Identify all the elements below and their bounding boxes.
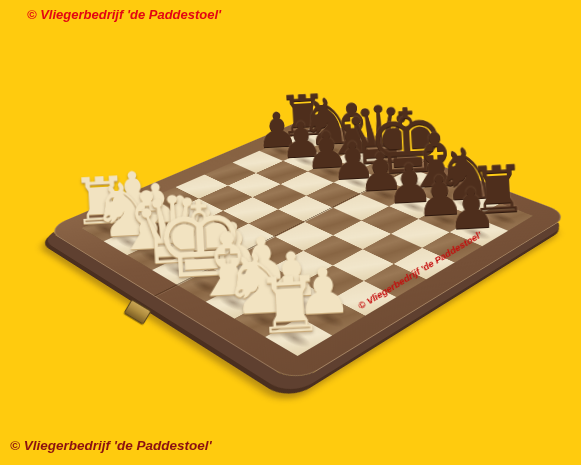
watermark-bottom-left: © Vliegerbedrijf 'de Paddestoel' [10, 438, 212, 453]
product-photo: ♜♞♝♛♚♝♞♜♟♟♟♟♟♟♟♟♟♟♟♟♟♟♟♟♜♞♝♛♚♝♞♜ © Vlieg… [0, 0, 581, 465]
piece-black-pawn: ♟ [424, 179, 520, 240]
piece-white-rook: ♜ [234, 264, 345, 346]
perspective-wrapper: ♜♞♝♛♚♝♞♜♟♟♟♟♟♟♟♟♟♟♟♟♟♟♟♟♜♞♝♛♚♝♞♜ [0, 0, 581, 465]
watermark-top-left: © Vliegerbedrijf 'de Paddestoel' [27, 7, 221, 22]
board-tilt-wrapper: ♜♞♝♛♚♝♞♜♟♟♟♟♟♟♟♟♟♟♟♟♟♟♟♟♜♞♝♛♚♝♞♜ [0, 0, 581, 465]
